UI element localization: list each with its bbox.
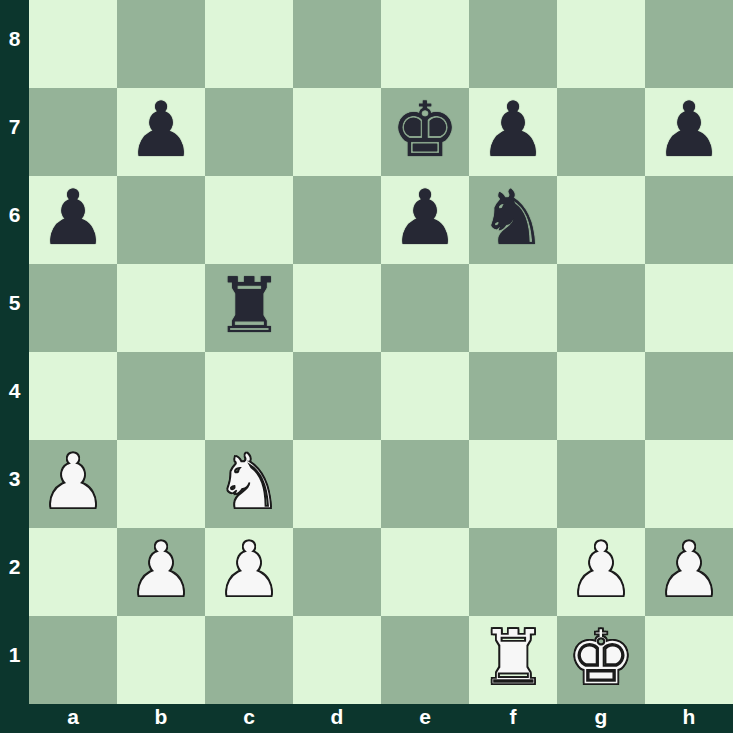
- piece-black-pawn[interactable]: ♟: [127, 92, 195, 168]
- piece-black-pawn[interactable]: ♟: [39, 180, 107, 256]
- square-a6[interactable]: ♟: [29, 176, 117, 264]
- file-label-b: b: [117, 704, 205, 733]
- square-d4[interactable]: [293, 352, 381, 440]
- square-d2[interactable]: [293, 528, 381, 616]
- square-d3[interactable]: [293, 440, 381, 528]
- piece-white-king[interactable]: ♚: [567, 620, 635, 696]
- square-b4[interactable]: [117, 352, 205, 440]
- square-f7[interactable]: ♟: [469, 88, 557, 176]
- square-a5[interactable]: [29, 264, 117, 352]
- square-d8[interactable]: [293, 0, 381, 88]
- file-label-g: g: [557, 704, 645, 733]
- file-label-e: e: [381, 704, 469, 733]
- square-b7[interactable]: ♟: [117, 88, 205, 176]
- square-g6[interactable]: [557, 176, 645, 264]
- rank-label-7: 7: [0, 88, 29, 176]
- piece-white-pawn[interactable]: ♟: [567, 532, 635, 608]
- square-f6[interactable]: ♞: [469, 176, 557, 264]
- square-b2[interactable]: ♟: [117, 528, 205, 616]
- square-h8[interactable]: [645, 0, 733, 88]
- rank-label-6: 6: [0, 176, 29, 264]
- square-g2[interactable]: ♟: [557, 528, 645, 616]
- square-a4[interactable]: [29, 352, 117, 440]
- square-f8[interactable]: [469, 0, 557, 88]
- square-e8[interactable]: [381, 0, 469, 88]
- square-h5[interactable]: [645, 264, 733, 352]
- square-e1[interactable]: [381, 616, 469, 704]
- file-label-h: h: [645, 704, 733, 733]
- square-e5[interactable]: [381, 264, 469, 352]
- square-a1[interactable]: [29, 616, 117, 704]
- piece-white-pawn[interactable]: ♟: [39, 444, 107, 520]
- square-e4[interactable]: [381, 352, 469, 440]
- piece-black-pawn[interactable]: ♟: [655, 92, 723, 168]
- square-a7[interactable]: [29, 88, 117, 176]
- piece-black-pawn[interactable]: ♟: [479, 92, 547, 168]
- square-b3[interactable]: [117, 440, 205, 528]
- square-d5[interactable]: [293, 264, 381, 352]
- square-h1[interactable]: [645, 616, 733, 704]
- piece-black-rook[interactable]: ♜: [215, 268, 283, 344]
- square-b8[interactable]: [117, 0, 205, 88]
- rank-label-4: 4: [0, 352, 29, 440]
- square-g5[interactable]: [557, 264, 645, 352]
- square-h7[interactable]: ♟: [645, 88, 733, 176]
- square-g4[interactable]: [557, 352, 645, 440]
- square-c3[interactable]: ♞: [205, 440, 293, 528]
- square-f4[interactable]: [469, 352, 557, 440]
- square-f1[interactable]: ♜: [469, 616, 557, 704]
- rank-label-3: 3: [0, 440, 29, 528]
- square-h2[interactable]: ♟: [645, 528, 733, 616]
- square-f3[interactable]: [469, 440, 557, 528]
- square-e2[interactable]: [381, 528, 469, 616]
- square-b6[interactable]: [117, 176, 205, 264]
- square-c4[interactable]: [205, 352, 293, 440]
- file-label-d: d: [293, 704, 381, 733]
- piece-white-pawn[interactable]: ♟: [655, 532, 723, 608]
- piece-white-rook[interactable]: ♜: [479, 620, 547, 696]
- rank-label-8: 8: [0, 0, 29, 88]
- file-label-f: f: [469, 704, 557, 733]
- piece-black-knight[interactable]: ♞: [479, 180, 547, 256]
- square-c1[interactable]: [205, 616, 293, 704]
- square-h3[interactable]: [645, 440, 733, 528]
- square-b5[interactable]: [117, 264, 205, 352]
- square-g3[interactable]: [557, 440, 645, 528]
- square-c7[interactable]: [205, 88, 293, 176]
- piece-black-pawn[interactable]: ♟: [391, 180, 459, 256]
- rank-label-1: 1: [0, 616, 29, 704]
- square-e3[interactable]: [381, 440, 469, 528]
- square-c5[interactable]: ♜: [205, 264, 293, 352]
- square-a3[interactable]: ♟: [29, 440, 117, 528]
- square-d7[interactable]: [293, 88, 381, 176]
- square-a2[interactable]: [29, 528, 117, 616]
- file-label-a: a: [29, 704, 117, 733]
- square-a8[interactable]: [29, 0, 117, 88]
- square-b1[interactable]: [117, 616, 205, 704]
- square-d1[interactable]: [293, 616, 381, 704]
- piece-white-pawn[interactable]: ♟: [215, 532, 283, 608]
- square-h6[interactable]: [645, 176, 733, 264]
- square-f5[interactable]: [469, 264, 557, 352]
- piece-white-knight[interactable]: ♞: [215, 444, 283, 520]
- square-h4[interactable]: [645, 352, 733, 440]
- square-g8[interactable]: [557, 0, 645, 88]
- piece-black-king[interactable]: ♚: [391, 92, 459, 168]
- square-c8[interactable]: [205, 0, 293, 88]
- square-c6[interactable]: [205, 176, 293, 264]
- rank-label-2: 2: [0, 528, 29, 616]
- piece-white-pawn[interactable]: ♟: [127, 532, 195, 608]
- square-g7[interactable]: [557, 88, 645, 176]
- square-f2[interactable]: [469, 528, 557, 616]
- board-corner: [0, 704, 29, 733]
- square-c2[interactable]: ♟: [205, 528, 293, 616]
- rank-label-5: 5: [0, 264, 29, 352]
- square-d6[interactable]: [293, 176, 381, 264]
- square-e7[interactable]: ♚: [381, 88, 469, 176]
- square-g1[interactable]: ♚: [557, 616, 645, 704]
- file-label-c: c: [205, 704, 293, 733]
- chess-board: 87♟♚♟♟6♟♟♞5♜43♟♞2♟♟♟♟1♜♚abcdefgh: [0, 0, 733, 733]
- square-e6[interactable]: ♟: [381, 176, 469, 264]
